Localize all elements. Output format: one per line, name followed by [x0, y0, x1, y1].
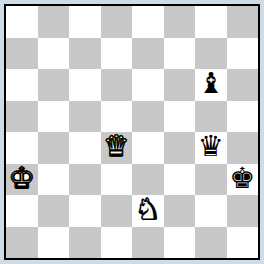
black-queen[interactable]: ♛: [198, 132, 224, 161]
square-g5[interactable]: [195, 101, 227, 133]
square-d5[interactable]: [101, 101, 133, 133]
white-king[interactable]: ♚: [9, 164, 35, 193]
square-f4[interactable]: [164, 132, 196, 164]
square-h4[interactable]: [227, 132, 259, 164]
square-d6[interactable]: [101, 69, 133, 101]
chess-board: ♝♛♛♚♚♞: [6, 6, 258, 258]
square-h1[interactable]: [227, 227, 259, 259]
square-h7[interactable]: [227, 38, 259, 70]
square-h3[interactable]: ♚: [227, 164, 259, 196]
square-e5[interactable]: [132, 101, 164, 133]
square-g3[interactable]: [195, 164, 227, 196]
square-a5[interactable]: [6, 101, 38, 133]
square-c7[interactable]: [69, 38, 101, 70]
square-e1[interactable]: [132, 227, 164, 259]
square-a3[interactable]: ♚: [6, 164, 38, 196]
square-d8[interactable]: [101, 6, 133, 38]
square-b5[interactable]: [38, 101, 70, 133]
square-f6[interactable]: [164, 69, 196, 101]
square-h8[interactable]: [227, 6, 259, 38]
square-f7[interactable]: [164, 38, 196, 70]
square-e6[interactable]: [132, 69, 164, 101]
chess-diagram: ♝♛♛♚♚♞: [0, 0, 264, 264]
square-f3[interactable]: [164, 164, 196, 196]
square-f2[interactable]: [164, 195, 196, 227]
board-frame: ♝♛♛♚♚♞: [4, 4, 260, 260]
square-b6[interactable]: [38, 69, 70, 101]
square-h6[interactable]: [227, 69, 259, 101]
square-a6[interactable]: [6, 69, 38, 101]
square-d3[interactable]: [101, 164, 133, 196]
square-a2[interactable]: [6, 195, 38, 227]
square-c4[interactable]: [69, 132, 101, 164]
square-d7[interactable]: [101, 38, 133, 70]
square-d4[interactable]: ♛: [101, 132, 133, 164]
square-c1[interactable]: [69, 227, 101, 259]
square-g1[interactable]: [195, 227, 227, 259]
square-h2[interactable]: [227, 195, 259, 227]
square-b1[interactable]: [38, 227, 70, 259]
square-c2[interactable]: [69, 195, 101, 227]
square-f1[interactable]: [164, 227, 196, 259]
square-g6[interactable]: ♝: [195, 69, 227, 101]
square-g4[interactable]: ♛: [195, 132, 227, 164]
square-f5[interactable]: [164, 101, 196, 133]
square-e3[interactable]: [132, 164, 164, 196]
square-b8[interactable]: [38, 6, 70, 38]
square-f8[interactable]: [164, 6, 196, 38]
square-c8[interactable]: [69, 6, 101, 38]
square-g7[interactable]: [195, 38, 227, 70]
square-d1[interactable]: [101, 227, 133, 259]
square-b3[interactable]: [38, 164, 70, 196]
white-knight[interactable]: ♞: [135, 195, 161, 224]
black-king[interactable]: ♚: [229, 164, 255, 193]
square-e2[interactable]: ♞: [132, 195, 164, 227]
square-a7[interactable]: [6, 38, 38, 70]
black-bishop[interactable]: ♝: [198, 69, 224, 98]
square-c3[interactable]: [69, 164, 101, 196]
white-queen[interactable]: ♛: [103, 132, 129, 161]
square-d2[interactable]: [101, 195, 133, 227]
square-c5[interactable]: [69, 101, 101, 133]
square-a1[interactable]: [6, 227, 38, 259]
square-a8[interactable]: [6, 6, 38, 38]
square-b4[interactable]: [38, 132, 70, 164]
square-e8[interactable]: [132, 6, 164, 38]
square-e4[interactable]: [132, 132, 164, 164]
square-g8[interactable]: [195, 6, 227, 38]
square-b2[interactable]: [38, 195, 70, 227]
square-g2[interactable]: [195, 195, 227, 227]
square-b7[interactable]: [38, 38, 70, 70]
square-h5[interactable]: [227, 101, 259, 133]
square-e7[interactable]: [132, 38, 164, 70]
square-c6[interactable]: [69, 69, 101, 101]
square-a4[interactable]: [6, 132, 38, 164]
